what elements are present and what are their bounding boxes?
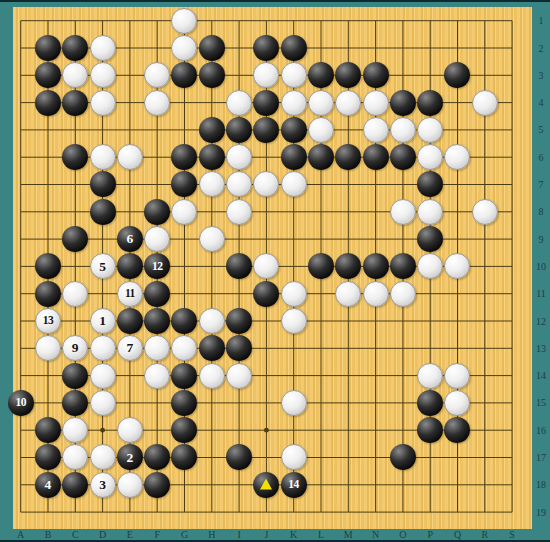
stone-white-d18: 3 xyxy=(90,472,116,498)
stone-black-c14 xyxy=(62,363,88,389)
stone-white-r4 xyxy=(472,90,498,116)
stone-white-k7 xyxy=(281,171,307,197)
stone-white-h12 xyxy=(199,308,225,334)
stone-white-o5 xyxy=(390,117,416,143)
stone-black-c6 xyxy=(62,144,88,170)
move-number-label: 7 xyxy=(118,336,142,360)
stone-black-l10 xyxy=(308,253,334,279)
stone-white-j7 xyxy=(253,171,279,197)
stone-white-i7 xyxy=(226,171,252,197)
stone-white-g1 xyxy=(171,8,197,34)
stone-black-h3 xyxy=(199,62,225,88)
stone-black-m6 xyxy=(335,144,361,170)
stone-white-p5 xyxy=(417,117,443,143)
stone-white-d15 xyxy=(90,390,116,416)
column-label-e: E xyxy=(116,528,143,542)
stone-black-b10 xyxy=(35,253,61,279)
column-label-d: D xyxy=(89,528,116,542)
stone-white-k4 xyxy=(281,90,307,116)
stone-black-c15 xyxy=(62,390,88,416)
stone-black-p4 xyxy=(417,90,443,116)
move-number-label: 4 xyxy=(35,472,61,498)
stone-white-d3 xyxy=(90,62,116,88)
stone-black-p9 xyxy=(417,226,443,252)
stone-white-b13 xyxy=(35,335,61,361)
stone-white-c11 xyxy=(62,281,88,307)
stone-white-g8 xyxy=(171,199,197,225)
stone-black-k5 xyxy=(281,117,307,143)
stone-white-k15 xyxy=(281,390,307,416)
stone-black-f12 xyxy=(144,308,170,334)
column-labels: ABCDEFGHIJKLMNOPQRS xyxy=(0,528,550,542)
move-number-label: 11 xyxy=(118,282,142,306)
stone-black-b16 xyxy=(35,417,61,443)
column-label-l: L xyxy=(307,528,334,542)
stone-white-c17 xyxy=(62,444,88,470)
stone-white-d10: 5 xyxy=(90,253,116,279)
stones-layer: 651211131971024314 xyxy=(7,7,526,526)
stone-black-p7 xyxy=(417,171,443,197)
row-label-12: 12 xyxy=(532,315,550,328)
stone-white-k17 xyxy=(281,444,307,470)
row-label-9: 9 xyxy=(532,233,550,246)
stone-black-o17 xyxy=(390,444,416,470)
stone-white-c16 xyxy=(62,417,88,443)
column-label-f: F xyxy=(144,528,171,542)
stone-black-g12 xyxy=(171,308,197,334)
stone-black-e17: 2 xyxy=(117,444,143,470)
column-label-a: A xyxy=(7,528,34,542)
stone-white-k12 xyxy=(281,308,307,334)
stone-black-e10 xyxy=(117,253,143,279)
stone-black-h2 xyxy=(199,35,225,61)
column-label-r: R xyxy=(471,528,498,542)
move-number-label: 13 xyxy=(36,309,60,333)
stone-black-k18: 14 xyxy=(281,472,307,498)
stone-black-b17 xyxy=(35,444,61,470)
stone-white-p10 xyxy=(417,253,443,279)
stone-black-m10 xyxy=(335,253,361,279)
stone-black-g6 xyxy=(171,144,197,170)
stone-black-j4 xyxy=(253,90,279,116)
row-label-13: 13 xyxy=(532,342,550,355)
stone-white-i6 xyxy=(226,144,252,170)
column-label-j: J xyxy=(253,528,280,542)
row-label-10: 10 xyxy=(532,260,550,273)
stone-white-c13: 9 xyxy=(62,335,88,361)
stone-white-n5 xyxy=(363,117,389,143)
stone-white-d4 xyxy=(90,90,116,116)
stone-black-g14 xyxy=(171,363,197,389)
stone-black-n6 xyxy=(363,144,389,170)
go-board-frame: 651211131971024314 ABCDEFGHIJKLMNOPQRS 1… xyxy=(0,0,550,542)
stone-black-j2 xyxy=(253,35,279,61)
stone-white-q6 xyxy=(444,144,470,170)
stone-black-k6 xyxy=(281,144,307,170)
stone-black-k2 xyxy=(281,35,307,61)
stone-black-i13 xyxy=(226,335,252,361)
stone-white-o11 xyxy=(390,281,416,307)
row-label-7: 7 xyxy=(532,178,550,191)
stone-black-g3 xyxy=(171,62,197,88)
stone-black-m3 xyxy=(335,62,361,88)
move-number-label: 2 xyxy=(117,444,143,470)
move-number-label: 5 xyxy=(91,254,115,278)
stone-black-j18 xyxy=(253,472,279,498)
stone-white-d12: 1 xyxy=(90,308,116,334)
stone-black-f10: 12 xyxy=(144,253,170,279)
stone-white-i4 xyxy=(226,90,252,116)
row-label-17: 17 xyxy=(532,451,550,464)
stone-white-l5 xyxy=(308,117,334,143)
stone-black-l3 xyxy=(308,62,334,88)
stone-black-b4 xyxy=(35,90,61,116)
stone-black-c2 xyxy=(62,35,88,61)
stone-black-h6 xyxy=(199,144,225,170)
row-label-4: 4 xyxy=(532,96,550,109)
stone-black-i12 xyxy=(226,308,252,334)
column-label-b: B xyxy=(34,528,61,542)
column-label-i: I xyxy=(225,528,252,542)
move-number-label: 1 xyxy=(91,309,115,333)
move-number-label: 14 xyxy=(281,472,307,498)
column-label-o: O xyxy=(389,528,416,542)
row-label-11: 11 xyxy=(532,287,550,300)
stone-white-k11 xyxy=(281,281,307,307)
stone-white-q10 xyxy=(444,253,470,279)
stone-black-a15: 10 xyxy=(8,390,34,416)
stone-white-o8 xyxy=(390,199,416,225)
stone-white-m4 xyxy=(335,90,361,116)
stone-white-d2 xyxy=(90,35,116,61)
stone-white-p8 xyxy=(417,199,443,225)
stone-black-j11 xyxy=(253,281,279,307)
column-label-k: K xyxy=(280,528,307,542)
stone-white-g13 xyxy=(171,335,197,361)
stone-black-f17 xyxy=(144,444,170,470)
stone-black-b11 xyxy=(35,281,61,307)
stone-black-e9: 6 xyxy=(117,226,143,252)
row-label-16: 16 xyxy=(532,424,550,437)
stone-black-e12 xyxy=(117,308,143,334)
stone-white-b12: 13 xyxy=(35,308,61,334)
column-label-q: Q xyxy=(444,528,471,542)
stone-black-g16 xyxy=(171,417,197,443)
stone-black-g7 xyxy=(171,171,197,197)
column-label-g: G xyxy=(171,528,198,542)
stone-white-p6 xyxy=(417,144,443,170)
row-label-1: 1 xyxy=(532,14,550,27)
column-label-m: M xyxy=(335,528,362,542)
stone-white-h9 xyxy=(199,226,225,252)
stone-white-e6 xyxy=(117,144,143,170)
stone-white-g2 xyxy=(171,35,197,61)
column-label-h: H xyxy=(198,528,225,542)
stone-black-c18 xyxy=(62,472,88,498)
move-number-label: 3 xyxy=(91,473,115,497)
row-labels: 12345678910111213141516171819 xyxy=(532,0,550,542)
stone-black-c4 xyxy=(62,90,88,116)
stone-black-g15 xyxy=(171,390,197,416)
stone-white-k3 xyxy=(281,62,307,88)
stone-black-i5 xyxy=(226,117,252,143)
stone-white-j10 xyxy=(253,253,279,279)
stone-white-p14 xyxy=(417,363,443,389)
row-label-6: 6 xyxy=(532,151,550,164)
stone-black-f11 xyxy=(144,281,170,307)
stone-white-e11: 11 xyxy=(117,281,143,307)
stone-black-h5 xyxy=(199,117,225,143)
column-label-s: S xyxy=(498,528,525,542)
move-number-label: 10 xyxy=(8,390,34,416)
stone-white-h14 xyxy=(199,363,225,389)
stone-white-d14 xyxy=(90,363,116,389)
stone-white-h7 xyxy=(199,171,225,197)
stone-black-n10 xyxy=(363,253,389,279)
stone-white-f4 xyxy=(144,90,170,116)
stone-black-d7 xyxy=(90,171,116,197)
stone-white-d6 xyxy=(90,144,116,170)
stone-black-p16 xyxy=(417,417,443,443)
stone-white-f3 xyxy=(144,62,170,88)
stone-black-p15 xyxy=(417,390,443,416)
row-label-3: 3 xyxy=(532,69,550,82)
stone-white-l4 xyxy=(308,90,334,116)
stone-white-i8 xyxy=(226,199,252,225)
stone-white-e13: 7 xyxy=(117,335,143,361)
column-label-p: P xyxy=(417,528,444,542)
stone-black-o4 xyxy=(390,90,416,116)
stone-black-o10 xyxy=(390,253,416,279)
go-board: 651211131971024314 xyxy=(13,7,532,529)
stone-white-d17 xyxy=(90,444,116,470)
stone-black-f8 xyxy=(144,199,170,225)
stone-black-j5 xyxy=(253,117,279,143)
stone-white-e18 xyxy=(117,472,143,498)
stone-white-m11 xyxy=(335,281,361,307)
row-label-2: 2 xyxy=(532,42,550,55)
row-label-8: 8 xyxy=(532,205,550,218)
stone-black-b2 xyxy=(35,35,61,61)
row-label-14: 14 xyxy=(532,369,550,382)
stone-black-b18: 4 xyxy=(35,472,61,498)
stone-white-q15 xyxy=(444,390,470,416)
stone-black-n3 xyxy=(363,62,389,88)
move-number-label: 6 xyxy=(117,226,143,252)
move-number-label: 12 xyxy=(144,253,170,279)
row-label-5: 5 xyxy=(532,123,550,136)
row-label-19: 19 xyxy=(532,506,550,519)
stone-black-g17 xyxy=(171,444,197,470)
stone-black-c9 xyxy=(62,226,88,252)
stone-black-d8 xyxy=(90,199,116,225)
stone-black-f18 xyxy=(144,472,170,498)
triangle-mark-icon xyxy=(260,478,272,489)
stone-white-n4 xyxy=(363,90,389,116)
stone-white-j3 xyxy=(253,62,279,88)
stone-white-i14 xyxy=(226,363,252,389)
move-number-label: 9 xyxy=(63,336,87,360)
stone-white-d13 xyxy=(90,335,116,361)
stone-black-i17 xyxy=(226,444,252,470)
stone-white-n11 xyxy=(363,281,389,307)
stone-white-f13 xyxy=(144,335,170,361)
column-label-c: C xyxy=(62,528,89,542)
stone-white-c3 xyxy=(62,62,88,88)
stone-black-q16 xyxy=(444,417,470,443)
stone-black-o6 xyxy=(390,144,416,170)
stone-black-q3 xyxy=(444,62,470,88)
stone-white-e16 xyxy=(117,417,143,443)
stone-black-l6 xyxy=(308,144,334,170)
stone-black-b3 xyxy=(35,62,61,88)
stone-white-f9 xyxy=(144,226,170,252)
row-label-15: 15 xyxy=(532,396,550,409)
stone-black-i10 xyxy=(226,253,252,279)
stone-black-h13 xyxy=(199,335,225,361)
row-label-18: 18 xyxy=(532,478,550,491)
stone-white-r8 xyxy=(472,199,498,225)
stone-white-f14 xyxy=(144,363,170,389)
stone-white-q14 xyxy=(444,363,470,389)
column-label-n: N xyxy=(362,528,389,542)
